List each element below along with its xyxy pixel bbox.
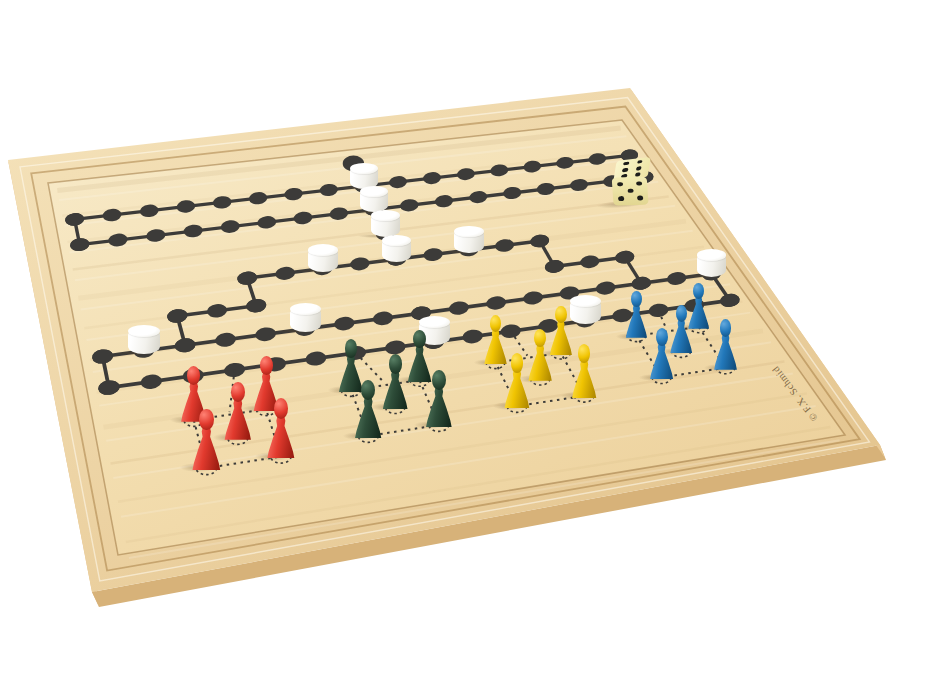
die-pip [636, 166, 642, 170]
pawn-red-4[interactable] [192, 409, 221, 471]
die-pip [618, 182, 624, 187]
die-front-face [612, 177, 649, 206]
barricade-6[interactable] [454, 226, 483, 253]
barricade-9[interactable] [697, 249, 727, 277]
pawn-blue-1[interactable] [625, 291, 647, 338]
board-photo-scene: © F.X. Schmid [0, 0, 928, 686]
pawn-yellow-5[interactable] [572, 344, 597, 398]
barricade-4[interactable] [382, 235, 412, 262]
pawn-yellow-4[interactable] [504, 353, 530, 408]
pawn-red-3[interactable] [224, 382, 251, 440]
die-pip [622, 168, 628, 172]
die-pip [619, 196, 625, 201]
pawn-green-5[interactable] [426, 370, 453, 427]
die-pip [623, 162, 629, 166]
pawn-red-5[interactable] [267, 398, 295, 458]
pawn-yellow-2[interactable] [549, 306, 572, 355]
die-pip [637, 196, 643, 201]
barricade-2[interactable] [360, 186, 389, 212]
barricade-5[interactable] [308, 244, 338, 271]
barricade-11[interactable] [570, 295, 601, 323]
pawn-green-4[interactable] [355, 380, 382, 438]
barricade-3[interactable] [371, 210, 400, 237]
barricade-7[interactable] [128, 325, 159, 354]
pawn-yellow-3[interactable] [528, 329, 552, 381]
die[interactable] [611, 158, 654, 207]
die-pip [636, 181, 642, 186]
pawn-green-3[interactable] [382, 354, 408, 409]
barricade-1[interactable] [350, 163, 378, 189]
pawn-blue-4[interactable] [650, 328, 674, 380]
pawn-blue-5[interactable] [714, 319, 738, 370]
die-pip [637, 160, 643, 164]
die-pip [627, 189, 633, 194]
barricade-8[interactable] [290, 303, 321, 332]
